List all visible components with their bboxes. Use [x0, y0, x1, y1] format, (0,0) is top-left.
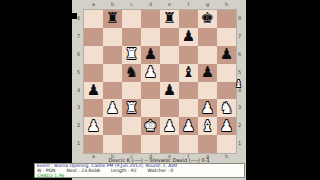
- black-king: ♚: [201, 10, 214, 27]
- black-pawn: ♟: [182, 28, 195, 45]
- square-h3[interactable]: ♞: [217, 99, 236, 117]
- file-label-e: e: [160, 1, 179, 8]
- square-b4[interactable]: [103, 82, 122, 100]
- square-e2[interactable]: ♟: [160, 117, 179, 135]
- square-h1[interactable]: [217, 135, 236, 153]
- square-d3[interactable]: [141, 99, 160, 117]
- square-f5[interactable]: ♝: [179, 64, 198, 82]
- file-label-d: d: [141, 1, 160, 8]
- square-a6[interactable]: [84, 46, 103, 64]
- file-label-g: g: [198, 1, 217, 8]
- rank-label-1: 1: [236, 135, 243, 153]
- square-c6[interactable]: ♜: [122, 46, 141, 64]
- file-label-b: b: [103, 1, 122, 8]
- black-knight: ♞: [125, 64, 138, 81]
- rank-label-2: 2: [236, 117, 243, 135]
- square-c3[interactable]: ♜: [122, 99, 141, 117]
- rank-label-8: 8: [75, 10, 82, 28]
- square-c7[interactable]: [122, 28, 141, 46]
- file-label-f: f: [179, 1, 198, 8]
- black-rook: ♜: [163, 10, 176, 27]
- square-b7[interactable]: [103, 28, 122, 46]
- square-b3[interactable]: ♟: [103, 99, 122, 117]
- square-b1[interactable]: [103, 135, 122, 153]
- square-g1[interactable]: [198, 135, 217, 153]
- black-pawn: ♟: [163, 82, 176, 99]
- right-letterbox: [246, 0, 320, 180]
- square-a2[interactable]: ♟: [84, 117, 103, 135]
- square-f6[interactable]: [179, 46, 198, 64]
- square-g3[interactable]: ♟: [198, 99, 217, 117]
- rank-label-7: 7: [75, 28, 82, 46]
- square-e6[interactable]: [160, 46, 179, 64]
- square-d1[interactable]: [141, 135, 160, 153]
- square-d2[interactable]: ♚: [141, 117, 160, 135]
- white-king: ♚: [144, 118, 157, 135]
- board-frame: abcdefgh abcdefgh 87654321 87654321 ♜♜♚♟…: [72, 0, 246, 180]
- rank-label-3: 3: [75, 99, 82, 117]
- square-c2[interactable]: [122, 117, 141, 135]
- white-pawn: ♟: [144, 64, 157, 81]
- square-d6[interactable]: ♟: [141, 46, 160, 64]
- white-rook: ♜: [125, 46, 138, 63]
- square-g7[interactable]: [198, 28, 217, 46]
- white-pawn: ♟: [163, 118, 176, 135]
- square-h6[interactable]: ♟: [217, 46, 236, 64]
- left-letterbox: [0, 0, 72, 180]
- chess-gif-frame: abcdefgh abcdefgh 87654321 87654321 ♜♜♚♟…: [0, 0, 320, 180]
- square-f4[interactable]: [179, 82, 198, 100]
- square-a7[interactable]: [84, 28, 103, 46]
- white-pawn: ♟: [201, 100, 214, 117]
- square-f7[interactable]: ♟: [179, 28, 198, 46]
- rank-label-4: 4: [75, 82, 82, 100]
- square-a1[interactable]: [84, 135, 103, 153]
- info-watcher: Watcher : 0: [148, 169, 174, 174]
- square-a5[interactable]: [84, 64, 103, 82]
- black-pawn: ♟: [144, 46, 157, 63]
- info-next: Next : 23.Rxb8: [66, 169, 100, 174]
- square-d8[interactable]: [141, 10, 160, 28]
- square-e4[interactable]: ♟: [160, 82, 179, 100]
- white-pawn: ♟: [87, 118, 100, 135]
- square-f3[interactable]: [179, 99, 198, 117]
- square-a3[interactable]: [84, 99, 103, 117]
- square-d5[interactable]: ♟: [141, 64, 160, 82]
- square-c1[interactable]: [122, 135, 141, 153]
- white-pawn: ♟: [106, 100, 119, 117]
- rank-label-8: 8: [236, 10, 243, 28]
- square-c4[interactable]: [122, 82, 141, 100]
- rank-label-6: 6: [236, 46, 243, 64]
- square-e1[interactable]: [160, 135, 179, 153]
- black-pawn: ♟: [87, 82, 100, 99]
- file-label-c: c: [122, 1, 141, 8]
- square-g8[interactable]: ♚: [198, 10, 217, 28]
- black-rook: ♜: [106, 10, 119, 27]
- square-b8[interactable]: ♜: [103, 10, 122, 28]
- rank-label-1: 1: [75, 135, 82, 153]
- white-rook: ♜: [125, 100, 138, 117]
- square-e7[interactable]: [160, 28, 179, 46]
- square-d4[interactable]: [141, 82, 160, 100]
- square-e8[interactable]: ♜: [160, 10, 179, 28]
- square-e3[interactable]: [160, 99, 179, 117]
- square-f2[interactable]: ♟: [179, 117, 198, 135]
- black-pawn: ♟: [201, 64, 214, 81]
- file-label-h: h: [217, 1, 236, 8]
- white-pawn: ♟: [182, 118, 195, 135]
- square-b2[interactable]: [103, 117, 122, 135]
- square-e5[interactable]: [160, 64, 179, 82]
- board: ♜♜♚♟♜♟♟♞♟♝♟♟♟♟♜♟♞♟♚♟♟♝♟: [84, 10, 236, 153]
- rank-label-6: 6: [75, 46, 82, 64]
- rank-label-7: 7: [236, 28, 243, 46]
- black-pawn: ♟: [220, 46, 233, 63]
- square-d7[interactable]: [141, 28, 160, 46]
- square-b6[interactable]: [103, 46, 122, 64]
- square-h2[interactable]: ♟: [217, 117, 236, 135]
- square-h7[interactable]: [217, 28, 236, 46]
- square-g5[interactable]: ♟: [198, 64, 217, 82]
- file-labels-top: abcdefgh: [84, 1, 236, 8]
- square-a8[interactable]: [84, 10, 103, 28]
- file-label-a: a: [84, 1, 103, 8]
- square-c5[interactable]: ♞: [122, 64, 141, 82]
- white-knight: ♞: [220, 100, 233, 117]
- margin-white-bishop-icon: ♝: [234, 78, 243, 89]
- square-g6[interactable]: [198, 46, 217, 64]
- white-pawn: ♟: [220, 118, 233, 135]
- rank-label-5: 5: [75, 64, 82, 82]
- version-text: CHAD2 1.96: [37, 174, 244, 178]
- square-g4[interactable]: [198, 82, 217, 100]
- white-bishop: ♝: [201, 118, 214, 135]
- info-length: Length : 92: [111, 169, 137, 174]
- rank-label-3: 3: [236, 99, 243, 117]
- game-info-box: Event : Bosna Opening, Castle PM (9.Jun.…: [34, 163, 245, 178]
- square-g2[interactable]: ♝: [198, 117, 217, 135]
- square-h8[interactable]: [217, 10, 236, 28]
- square-f1[interactable]: [179, 135, 198, 153]
- rank-labels-left: 87654321: [75, 10, 82, 153]
- black-bishop: ♝: [182, 64, 195, 81]
- square-c8[interactable]: [122, 10, 141, 28]
- square-f8[interactable]: [179, 10, 198, 28]
- rank-label-2: 2: [75, 117, 82, 135]
- square-b5[interactable]: [103, 64, 122, 82]
- square-a4[interactable]: ♟: [84, 82, 103, 100]
